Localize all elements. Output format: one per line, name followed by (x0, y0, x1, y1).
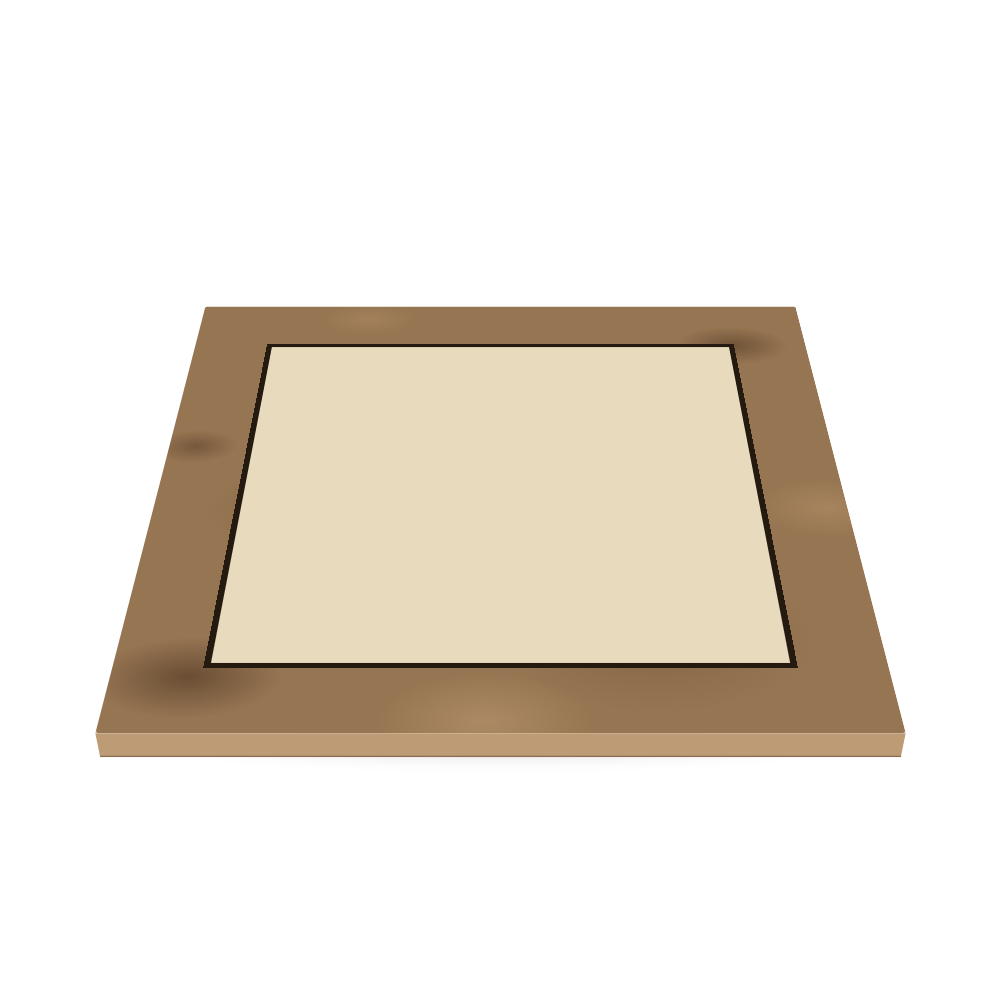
chess-board (95, 307, 906, 733)
board-edge-face (95, 733, 906, 757)
board-grid (211, 347, 790, 663)
product-photo-stage (0, 0, 1000, 1000)
